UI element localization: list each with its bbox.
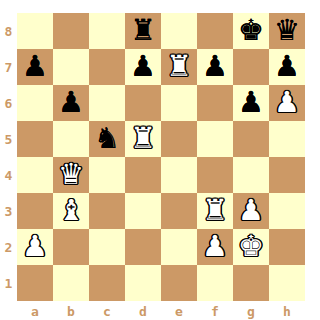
white-rook-f3[interactable]: ♜ <box>197 193 233 229</box>
square-d1[interactable] <box>125 265 161 301</box>
square-d5[interactable]: ♜ <box>125 121 161 157</box>
file-label-d: d <box>125 301 161 320</box>
white-bishop-b3[interactable]: ♝ <box>53 193 89 229</box>
square-c2[interactable] <box>89 229 125 265</box>
square-a4[interactable] <box>17 157 53 193</box>
chess-diagram: 87654321 ♜♚♛♟♟♜♟♟♟♟♟♞♜♛♝♜♟♟♟♚ abcdefgh <box>0 0 320 320</box>
file-label-b: b <box>53 301 89 320</box>
square-c1[interactable] <box>89 265 125 301</box>
square-d7[interactable]: ♟ <box>125 49 161 85</box>
square-b8[interactable] <box>53 13 89 49</box>
square-b5[interactable] <box>53 121 89 157</box>
rank-label-5: 5 <box>0 121 17 157</box>
file-label-c: c <box>89 301 125 320</box>
rank-label-4: 4 <box>0 157 17 193</box>
square-d4[interactable] <box>125 157 161 193</box>
square-g3[interactable]: ♟ <box>233 193 269 229</box>
square-c8[interactable] <box>89 13 125 49</box>
square-e8[interactable] <box>161 13 197 49</box>
square-e1[interactable] <box>161 265 197 301</box>
square-e7[interactable]: ♜ <box>161 49 197 85</box>
square-b3[interactable]: ♝ <box>53 193 89 229</box>
square-h4[interactable] <box>269 157 305 193</box>
square-a8[interactable] <box>17 13 53 49</box>
square-b6[interactable]: ♟ <box>53 85 89 121</box>
square-h1[interactable] <box>269 265 305 301</box>
square-h2[interactable] <box>269 229 305 265</box>
square-g2[interactable]: ♚ <box>233 229 269 265</box>
square-f7[interactable]: ♟ <box>197 49 233 85</box>
rank-label-7: 7 <box>0 49 17 85</box>
square-f1[interactable] <box>197 265 233 301</box>
square-b7[interactable] <box>53 49 89 85</box>
black-pawn-a7[interactable]: ♟ <box>17 49 53 85</box>
rank-label-3: 3 <box>0 193 17 229</box>
black-pawn-d7[interactable]: ♟ <box>125 49 161 85</box>
file-labels: abcdefgh <box>17 301 305 320</box>
black-queen-h8[interactable]: ♛ <box>269 13 305 49</box>
square-b4[interactable]: ♛ <box>53 157 89 193</box>
square-e5[interactable] <box>161 121 197 157</box>
white-queen-b4[interactable]: ♛ <box>53 157 89 193</box>
square-h6[interactable]: ♟ <box>269 85 305 121</box>
rank-label-1: 1 <box>0 265 17 301</box>
white-rook-d5[interactable]: ♜ <box>125 121 161 157</box>
square-e2[interactable] <box>161 229 197 265</box>
square-f8[interactable] <box>197 13 233 49</box>
square-g7[interactable] <box>233 49 269 85</box>
square-g5[interactable] <box>233 121 269 157</box>
square-a5[interactable] <box>17 121 53 157</box>
black-rook-d8[interactable]: ♜ <box>125 13 161 49</box>
file-label-f: f <box>197 301 233 320</box>
square-a3[interactable] <box>17 193 53 229</box>
rank-label-6: 6 <box>0 85 17 121</box>
rank-label-8: 8 <box>0 13 17 49</box>
square-b2[interactable] <box>53 229 89 265</box>
square-c4[interactable] <box>89 157 125 193</box>
square-b1[interactable] <box>53 265 89 301</box>
square-f4[interactable] <box>197 157 233 193</box>
square-g1[interactable] <box>233 265 269 301</box>
rank-label-2: 2 <box>0 229 17 265</box>
square-d8[interactable]: ♜ <box>125 13 161 49</box>
square-c7[interactable] <box>89 49 125 85</box>
file-label-g: g <box>233 301 269 320</box>
square-f2[interactable]: ♟ <box>197 229 233 265</box>
square-e4[interactable] <box>161 157 197 193</box>
square-h8[interactable]: ♛ <box>269 13 305 49</box>
black-pawn-b6[interactable]: ♟ <box>53 85 89 121</box>
square-d2[interactable] <box>125 229 161 265</box>
square-f5[interactable] <box>197 121 233 157</box>
square-d6[interactable] <box>125 85 161 121</box>
white-pawn-g3[interactable]: ♟ <box>233 193 269 229</box>
square-e6[interactable] <box>161 85 197 121</box>
square-h5[interactable] <box>269 121 305 157</box>
black-pawn-f7[interactable]: ♟ <box>197 49 233 85</box>
square-c5[interactable]: ♞ <box>89 121 125 157</box>
file-label-e: e <box>161 301 197 320</box>
black-pawn-g6[interactable]: ♟ <box>233 85 269 121</box>
square-a2[interactable]: ♟ <box>17 229 53 265</box>
white-pawn-h6[interactable]: ♟ <box>269 85 305 121</box>
file-label-a: a <box>17 301 53 320</box>
square-g6[interactable]: ♟ <box>233 85 269 121</box>
square-c6[interactable] <box>89 85 125 121</box>
square-d3[interactable] <box>125 193 161 229</box>
square-a1[interactable] <box>17 265 53 301</box>
black-knight-c5[interactable]: ♞ <box>89 121 125 157</box>
black-pawn-h7[interactable]: ♟ <box>269 49 305 85</box>
file-label-h: h <box>269 301 305 320</box>
square-g8[interactable]: ♚ <box>233 13 269 49</box>
rank-labels: 87654321 <box>0 13 17 301</box>
square-h3[interactable] <box>269 193 305 229</box>
square-e3[interactable] <box>161 193 197 229</box>
white-king-g2[interactable]: ♚ <box>233 229 269 265</box>
square-f6[interactable] <box>197 85 233 121</box>
square-c3[interactable] <box>89 193 125 229</box>
square-g4[interactable] <box>233 157 269 193</box>
chess-board: ♜♚♛♟♟♜♟♟♟♟♟♞♜♛♝♜♟♟♟♚ <box>17 13 305 301</box>
square-h7[interactable]: ♟ <box>269 49 305 85</box>
white-pawn-f2[interactable]: ♟ <box>197 229 233 265</box>
square-a6[interactable] <box>17 85 53 121</box>
white-pawn-a2[interactable]: ♟ <box>17 229 53 265</box>
white-rook-e7[interactable]: ♜ <box>161 49 197 85</box>
black-king-g8[interactable]: ♚ <box>233 13 269 49</box>
square-f3[interactable]: ♜ <box>197 193 233 229</box>
square-a7[interactable]: ♟ <box>17 49 53 85</box>
